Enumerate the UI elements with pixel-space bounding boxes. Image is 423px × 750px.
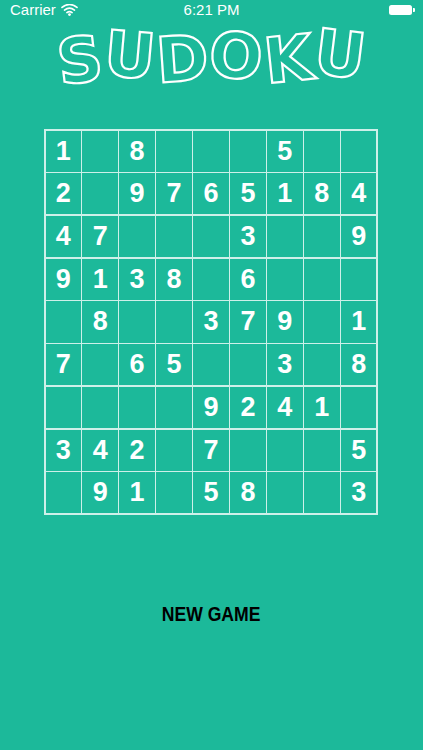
logo-letter: D [153,20,211,100]
sudoku-cell-r7c6[interactable]: 2 [230,387,265,428]
sudoku-cell-r5c2[interactable]: 8 [82,301,117,342]
sudoku-cell-r6c3[interactable]: 6 [119,344,154,385]
sudoku-cell-r3c8[interactable] [304,216,339,257]
sudoku-cell-r7c5[interactable]: 9 [193,387,228,428]
sudoku-cell-r4c5[interactable] [193,259,228,300]
sudoku-grid: 1852976518447399138683791765389241342759… [44,129,378,515]
sudoku-cell-r4c6[interactable]: 6 [230,259,265,300]
sudoku-cell-r5c6[interactable]: 7 [230,301,265,342]
sudoku-cell-r3c2[interactable]: 7 [82,216,117,257]
sudoku-cell-r1c7[interactable]: 5 [267,131,302,172]
sudoku-cell-r3c4[interactable] [156,216,191,257]
sudoku-cell-r1c4[interactable] [156,131,191,172]
sudoku-cell-r3c1[interactable]: 4 [46,216,81,257]
sudoku-cell-r1c1[interactable]: 1 [46,131,81,172]
sudoku-cell-r8c3[interactable]: 2 [119,430,154,471]
sudoku-cell-r7c4[interactable] [156,387,191,428]
sudoku-cell-r8c6[interactable] [230,430,265,471]
sudoku-cell-r5c4[interactable] [156,301,191,342]
sudoku-cell-r6c9[interactable]: 8 [341,344,376,385]
sudoku-cell-r5c1[interactable] [46,301,81,342]
sudoku-cell-r9c8[interactable] [304,472,339,513]
logo-letter: U [101,16,160,96]
sudoku-cell-r4c1[interactable]: 9 [46,259,81,300]
sudoku-cell-r9c5[interactable]: 5 [193,472,228,513]
sudoku-cell-r1c9[interactable] [341,131,376,172]
sudoku-cell-r4c2[interactable]: 1 [82,259,117,300]
sudoku-cell-r4c3[interactable]: 3 [119,259,154,300]
sudoku-cell-r8c2[interactable]: 4 [82,430,117,471]
sudoku-cell-r8c7[interactable] [267,430,302,471]
sudoku-cell-r2c9[interactable]: 4 [341,173,376,214]
sudoku-cell-r7c8[interactable]: 1 [304,387,339,428]
sudoku-cell-r6c4[interactable]: 5 [156,344,191,385]
sudoku-cell-r6c5[interactable] [193,344,228,385]
logo-letter: K [260,20,317,101]
sudoku-cell-r9c2[interactable]: 9 [82,472,117,513]
sudoku-cell-r6c2[interactable] [82,344,117,385]
sudoku-cell-r9c7[interactable] [267,472,302,513]
sudoku-cell-r3c3[interactable] [119,216,154,257]
sudoku-cell-r9c9[interactable]: 3 [341,472,376,513]
sudoku-cell-r1c8[interactable] [304,131,339,172]
sudoku-cell-r2c4[interactable]: 7 [156,173,191,214]
sudoku-cell-r2c1[interactable]: 2 [46,173,81,214]
app-logo: SUDOKU [0,20,423,96]
sudoku-cell-r8c4[interactable] [156,430,191,471]
sudoku-cell-r2c8[interactable]: 8 [304,173,339,214]
sudoku-cell-r8c8[interactable] [304,430,339,471]
sudoku-cell-r1c5[interactable] [193,131,228,172]
new-game-button[interactable]: NEW GAME [162,603,261,626]
sudoku-cell-r2c3[interactable]: 9 [119,173,154,214]
sudoku-cell-r1c2[interactable] [82,131,117,172]
sudoku-cell-r5c3[interactable] [119,301,154,342]
sudoku-cell-r4c7[interactable] [267,259,302,300]
sudoku-cell-r8c5[interactable]: 7 [193,430,228,471]
sudoku-cell-r2c2[interactable] [82,173,117,214]
sudoku-cell-r9c6[interactable]: 8 [230,472,265,513]
sudoku-cell-r5c7[interactable]: 9 [267,301,302,342]
sudoku-cell-r4c4[interactable]: 8 [156,259,191,300]
sudoku-cell-r3c9[interactable]: 9 [341,216,376,257]
logo-letter: U [309,14,370,96]
sudoku-cell-r1c3[interactable]: 8 [119,131,154,172]
sudoku-cell-r2c7[interactable]: 1 [267,173,302,214]
sudoku-cell-r9c4[interactable] [156,472,191,513]
sudoku-cell-r7c7[interactable]: 4 [267,387,302,428]
sudoku-cell-r2c6[interactable]: 5 [230,173,265,214]
sudoku-cell-r9c1[interactable] [46,472,81,513]
sudoku-cell-r3c6[interactable]: 3 [230,216,265,257]
sudoku-cell-r3c7[interactable] [267,216,302,257]
sudoku-cell-r7c9[interactable] [341,387,376,428]
sudoku-cell-r8c9[interactable]: 5 [341,430,376,471]
sudoku-cell-r5c9[interactable]: 1 [341,301,376,342]
sudoku-cell-r6c7[interactable]: 3 [267,344,302,385]
sudoku-cell-r4c9[interactable] [341,259,376,300]
sudoku-cell-r8c1[interactable]: 3 [46,430,81,471]
sudoku-cell-r1c6[interactable] [230,131,265,172]
sudoku-cell-r5c5[interactable]: 3 [193,301,228,342]
sudoku-cell-r5c8[interactable] [304,301,339,342]
sudoku-cell-r7c1[interactable] [46,387,81,428]
sudoku-cell-r6c1[interactable]: 7 [46,344,81,385]
sudoku-cell-r7c2[interactable] [82,387,117,428]
sudoku-cell-r2c5[interactable]: 6 [193,173,228,214]
sudoku-cell-r9c3[interactable]: 1 [119,472,154,513]
sudoku-cell-r3c5[interactable] [193,216,228,257]
sudoku-cell-r4c8[interactable] [304,259,339,300]
sudoku-cell-r6c8[interactable] [304,344,339,385]
logo-letter: O [207,17,267,97]
battery-full-icon [389,5,415,15]
sudoku-cell-r6c6[interactable] [230,344,265,385]
sudoku-cell-r7c3[interactable] [119,387,154,428]
